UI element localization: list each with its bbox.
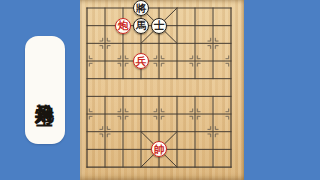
title-banner: 兵炮对马士 — [25, 36, 65, 144]
piece-black-horse[interactable]: 馬 — [133, 18, 149, 34]
piece-black-general[interactable]: 將 — [133, 0, 149, 16]
page-title: 兵炮对马士 — [36, 88, 55, 93]
piece-red-soldier[interactable]: 兵 — [133, 53, 149, 69]
page-background: 兵炮对马士 將馬士炮兵帥 — [0, 0, 320, 180]
piece-black-advisor[interactable]: 士 — [151, 18, 167, 34]
piece-red-cannon[interactable]: 炮 — [115, 18, 131, 34]
xiangqi-board[interactable]: 將馬士炮兵帥 — [80, 0, 244, 180]
